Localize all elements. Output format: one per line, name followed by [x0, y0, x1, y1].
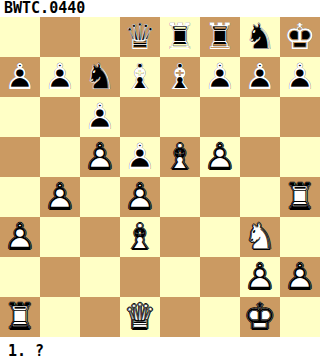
white-bishop-outline-icon: ♗ [160, 137, 200, 177]
square-h8[interactable]: ♚♔ [280, 17, 320, 57]
black-bishop-outline-icon: ♗ [120, 57, 160, 97]
square-d8[interactable]: ♛♕ [120, 17, 160, 57]
square-d3[interactable]: ♝♗ [120, 217, 160, 257]
square-d5[interactable]: ♟♙ [120, 137, 160, 177]
square-f6[interactable] [200, 97, 240, 137]
black-pawn: ♟♙ [0, 57, 40, 97]
square-c5[interactable]: ♟♙ [80, 137, 120, 177]
black-pawn: ♟♙ [200, 57, 240, 97]
white-rook: ♜♖ [0, 297, 40, 337]
square-g4[interactable] [240, 177, 280, 217]
square-b4[interactable]: ♟♙ [40, 177, 80, 217]
square-c4[interactable] [80, 177, 120, 217]
square-e3[interactable] [160, 217, 200, 257]
black-knight-outline-icon: ♘ [80, 57, 120, 97]
white-pawn: ♟♙ [80, 137, 120, 177]
black-rook-outline-icon: ♖ [160, 17, 200, 57]
square-f4[interactable] [200, 177, 240, 217]
square-e8[interactable]: ♜♖ [160, 17, 200, 57]
white-bishop-outline-icon: ♗ [120, 217, 160, 257]
square-b8[interactable] [40, 17, 80, 57]
square-c6[interactable]: ♟♙ [80, 97, 120, 137]
black-king: ♚♔ [280, 17, 320, 57]
square-b6[interactable] [40, 97, 80, 137]
black-bishop: ♝♗ [120, 57, 160, 97]
square-c1[interactable] [80, 297, 120, 337]
black-rook: ♜♖ [200, 17, 240, 57]
square-g6[interactable] [240, 97, 280, 137]
square-e6[interactable] [160, 97, 200, 137]
square-a1[interactable]: ♜♖ [0, 297, 40, 337]
white-pawn-outline-icon: ♙ [40, 177, 80, 217]
square-f3[interactable] [200, 217, 240, 257]
move-prompt: 1. ? [0, 337, 320, 360]
square-g2[interactable]: ♟♙ [240, 257, 280, 297]
black-bishop-outline-icon: ♗ [160, 57, 200, 97]
square-a2[interactable] [0, 257, 40, 297]
square-b3[interactable] [40, 217, 80, 257]
square-f8[interactable]: ♜♖ [200, 17, 240, 57]
square-d6[interactable] [120, 97, 160, 137]
square-c2[interactable] [80, 257, 120, 297]
black-pawn-outline-icon: ♙ [0, 57, 40, 97]
square-g1[interactable]: ♚♔ [240, 297, 280, 337]
square-d4[interactable]: ♟♙ [120, 177, 160, 217]
square-a7[interactable]: ♟♙ [0, 57, 40, 97]
square-e2[interactable] [160, 257, 200, 297]
black-knight: ♞♘ [80, 57, 120, 97]
white-rook-outline-icon: ♖ [0, 297, 40, 337]
square-h1[interactable] [280, 297, 320, 337]
black-rook-outline-icon: ♖ [200, 17, 240, 57]
black-pawn: ♟♙ [80, 97, 120, 137]
black-pawn-outline-icon: ♙ [80, 97, 120, 137]
square-f2[interactable] [200, 257, 240, 297]
white-queen-outline-icon: ♕ [120, 297, 160, 337]
white-knight: ♞♘ [240, 217, 280, 257]
square-d7[interactable]: ♝♗ [120, 57, 160, 97]
square-h3[interactable] [280, 217, 320, 257]
square-h2[interactable]: ♟♙ [280, 257, 320, 297]
black-king-outline-icon: ♔ [280, 17, 320, 57]
white-pawn: ♟♙ [40, 177, 80, 217]
white-pawn: ♟♙ [240, 257, 280, 297]
square-h4[interactable]: ♜♖ [280, 177, 320, 217]
black-pawn: ♟♙ [120, 137, 160, 177]
square-g5[interactable] [240, 137, 280, 177]
black-knight-outline-icon: ♘ [240, 17, 280, 57]
square-a8[interactable] [0, 17, 40, 57]
square-b7[interactable]: ♟♙ [40, 57, 80, 97]
black-pawn-outline-icon: ♙ [280, 57, 320, 97]
chess-board: ♛♕♜♖♜♖♞♘♚♔♟♙♟♙♞♘♝♗♝♗♟♙♟♙♟♙♟♙♟♙♟♙♝♗♟♙♟♙♟♙… [0, 17, 320, 337]
square-e4[interactable] [160, 177, 200, 217]
square-a4[interactable] [0, 177, 40, 217]
white-king-outline-icon: ♔ [240, 297, 280, 337]
square-a6[interactable] [0, 97, 40, 137]
black-pawn-outline-icon: ♙ [240, 57, 280, 97]
square-c3[interactable] [80, 217, 120, 257]
black-pawn: ♟♙ [240, 57, 280, 97]
black-pawn-outline-icon: ♙ [200, 57, 240, 97]
square-h7[interactable]: ♟♙ [280, 57, 320, 97]
white-pawn-outline-icon: ♙ [240, 257, 280, 297]
white-rook-outline-icon: ♖ [280, 177, 320, 217]
square-e1[interactable] [160, 297, 200, 337]
square-g3[interactable]: ♞♘ [240, 217, 280, 257]
white-bishop: ♝♗ [120, 217, 160, 257]
white-pawn: ♟♙ [120, 177, 160, 217]
window-title: BWTC.0440 [0, 0, 320, 17]
square-f5[interactable]: ♟♙ [200, 137, 240, 177]
square-h6[interactable] [280, 97, 320, 137]
square-g8[interactable]: ♞♘ [240, 17, 280, 57]
square-f7[interactable]: ♟♙ [200, 57, 240, 97]
white-pawn: ♟♙ [0, 217, 40, 257]
black-pawn-outline-icon: ♙ [120, 137, 160, 177]
white-king: ♚♔ [240, 297, 280, 337]
white-pawn-outline-icon: ♙ [0, 217, 40, 257]
square-c7[interactable]: ♞♘ [80, 57, 120, 97]
black-bishop: ♝♗ [160, 57, 200, 97]
square-g7[interactable]: ♟♙ [240, 57, 280, 97]
square-h5[interactable] [280, 137, 320, 177]
white-pawn: ♟♙ [200, 137, 240, 177]
black-pawn: ♟♙ [40, 57, 80, 97]
black-queen: ♛♕ [120, 17, 160, 57]
square-d2[interactable] [120, 257, 160, 297]
white-knight-outline-icon: ♘ [240, 217, 280, 257]
square-e5[interactable]: ♝♗ [160, 137, 200, 177]
black-knight: ♞♘ [240, 17, 280, 57]
square-c8[interactable] [80, 17, 120, 57]
square-a3[interactable]: ♟♙ [0, 217, 40, 257]
square-e7[interactable]: ♝♗ [160, 57, 200, 97]
black-pawn: ♟♙ [280, 57, 320, 97]
square-b5[interactable] [40, 137, 80, 177]
square-b2[interactable] [40, 257, 80, 297]
white-pawn: ♟♙ [280, 257, 320, 297]
white-rook: ♜♖ [280, 177, 320, 217]
white-pawn-outline-icon: ♙ [120, 177, 160, 217]
white-pawn-outline-icon: ♙ [200, 137, 240, 177]
square-d1[interactable]: ♛♕ [120, 297, 160, 337]
square-b1[interactable] [40, 297, 80, 337]
white-pawn-outline-icon: ♙ [280, 257, 320, 297]
black-rook: ♜♖ [160, 17, 200, 57]
white-queen: ♛♕ [120, 297, 160, 337]
black-queen-outline-icon: ♕ [120, 17, 160, 57]
white-bishop: ♝♗ [160, 137, 200, 177]
square-f1[interactable] [200, 297, 240, 337]
square-a5[interactable] [0, 137, 40, 177]
white-pawn-outline-icon: ♙ [80, 137, 120, 177]
black-pawn-outline-icon: ♙ [40, 57, 80, 97]
